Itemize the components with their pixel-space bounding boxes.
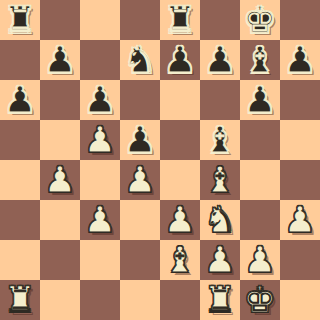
square-b2[interactable] <box>40 240 80 280</box>
square-g3[interactable] <box>240 200 280 240</box>
square-c5[interactable]: ♟ <box>80 120 120 160</box>
square-f6[interactable] <box>200 80 240 120</box>
square-a4[interactable] <box>0 160 40 200</box>
square-c7[interactable] <box>80 40 120 80</box>
piece-black-pawn[interactable]: ♟ <box>44 40 76 80</box>
square-g6[interactable]: ♟ <box>240 80 280 120</box>
square-g5[interactable] <box>240 120 280 160</box>
square-h7[interactable]: ♟ <box>280 40 320 80</box>
square-d3[interactable] <box>120 200 160 240</box>
square-e5[interactable] <box>160 120 200 160</box>
piece-black-pawn[interactable]: ♟ <box>4 80 36 120</box>
piece-black-bishop[interactable]: ♝ <box>244 40 276 80</box>
square-f1[interactable]: ♜ <box>200 280 240 320</box>
square-h8[interactable] <box>280 0 320 40</box>
square-a2[interactable] <box>0 240 40 280</box>
piece-white-rook[interactable]: ♜ <box>4 280 36 320</box>
square-f7[interactable]: ♟ <box>200 40 240 80</box>
chess-board: ♜♜♚♟♞♟♟♝♟♟♟♟♟♟♝♟♟♝♟♟♞♟♝♟♟♜♜♚ <box>0 0 320 320</box>
square-c1[interactable] <box>80 280 120 320</box>
square-e8[interactable]: ♜ <box>160 0 200 40</box>
square-c2[interactable] <box>80 240 120 280</box>
piece-black-king[interactable]: ♚ <box>244 0 276 40</box>
square-g2[interactable]: ♟ <box>240 240 280 280</box>
square-f3[interactable]: ♞ <box>200 200 240 240</box>
piece-white-pawn[interactable]: ♟ <box>204 240 236 280</box>
piece-black-pawn[interactable]: ♟ <box>164 40 196 80</box>
square-e4[interactable] <box>160 160 200 200</box>
square-c6[interactable]: ♟ <box>80 80 120 120</box>
piece-white-bishop[interactable]: ♝ <box>164 240 196 280</box>
piece-white-rook[interactable]: ♜ <box>204 280 236 320</box>
square-h5[interactable] <box>280 120 320 160</box>
piece-white-knight[interactable]: ♞ <box>204 200 236 240</box>
square-a7[interactable] <box>0 40 40 80</box>
piece-black-rook[interactable]: ♜ <box>164 0 196 40</box>
piece-white-pawn[interactable]: ♟ <box>244 240 276 280</box>
piece-white-pawn[interactable]: ♟ <box>124 160 156 200</box>
square-f5[interactable]: ♝ <box>200 120 240 160</box>
square-b4[interactable]: ♟ <box>40 160 80 200</box>
square-c3[interactable]: ♟ <box>80 200 120 240</box>
square-a5[interactable] <box>0 120 40 160</box>
square-d2[interactable] <box>120 240 160 280</box>
piece-black-rook[interactable]: ♜ <box>4 0 36 40</box>
square-e2[interactable]: ♝ <box>160 240 200 280</box>
square-b5[interactable] <box>40 120 80 160</box>
square-a6[interactable]: ♟ <box>0 80 40 120</box>
piece-black-pawn[interactable]: ♟ <box>284 40 316 80</box>
piece-black-bishop[interactable]: ♝ <box>204 120 236 160</box>
square-e3[interactable]: ♟ <box>160 200 200 240</box>
square-e7[interactable]: ♟ <box>160 40 200 80</box>
square-d7[interactable]: ♞ <box>120 40 160 80</box>
square-h6[interactable] <box>280 80 320 120</box>
square-b7[interactable]: ♟ <box>40 40 80 80</box>
square-e6[interactable] <box>160 80 200 120</box>
square-a3[interactable] <box>0 200 40 240</box>
square-b8[interactable] <box>40 0 80 40</box>
square-g7[interactable]: ♝ <box>240 40 280 80</box>
square-f8[interactable] <box>200 0 240 40</box>
square-b6[interactable] <box>40 80 80 120</box>
piece-black-pawn[interactable]: ♟ <box>84 80 116 120</box>
piece-white-pawn[interactable]: ♟ <box>44 160 76 200</box>
square-d5[interactable]: ♟ <box>120 120 160 160</box>
square-g1[interactable]: ♚ <box>240 280 280 320</box>
square-e1[interactable] <box>160 280 200 320</box>
square-a8[interactable]: ♜ <box>0 0 40 40</box>
piece-white-bishop[interactable]: ♝ <box>204 160 236 200</box>
square-h4[interactable] <box>280 160 320 200</box>
square-d4[interactable]: ♟ <box>120 160 160 200</box>
square-d6[interactable] <box>120 80 160 120</box>
square-d8[interactable] <box>120 0 160 40</box>
piece-black-pawn[interactable]: ♟ <box>244 80 276 120</box>
square-c4[interactable] <box>80 160 120 200</box>
square-c8[interactable] <box>80 0 120 40</box>
square-d1[interactable] <box>120 280 160 320</box>
square-b1[interactable] <box>40 280 80 320</box>
piece-black-pawn[interactable]: ♟ <box>204 40 236 80</box>
piece-white-king[interactable]: ♚ <box>244 280 276 320</box>
square-f2[interactable]: ♟ <box>200 240 240 280</box>
square-b3[interactable] <box>40 200 80 240</box>
square-h2[interactable] <box>280 240 320 280</box>
piece-white-pawn[interactable]: ♟ <box>164 200 196 240</box>
square-a1[interactable]: ♜ <box>0 280 40 320</box>
piece-white-pawn[interactable]: ♟ <box>84 200 116 240</box>
piece-white-pawn[interactable]: ♟ <box>84 120 116 160</box>
square-g4[interactable] <box>240 160 280 200</box>
square-f4[interactable]: ♝ <box>200 160 240 200</box>
square-g8[interactable]: ♚ <box>240 0 280 40</box>
square-h1[interactable] <box>280 280 320 320</box>
square-h3[interactable]: ♟ <box>280 200 320 240</box>
piece-black-knight[interactable]: ♞ <box>124 40 156 80</box>
piece-white-pawn[interactable]: ♟ <box>284 200 316 240</box>
piece-black-pawn[interactable]: ♟ <box>124 120 156 160</box>
